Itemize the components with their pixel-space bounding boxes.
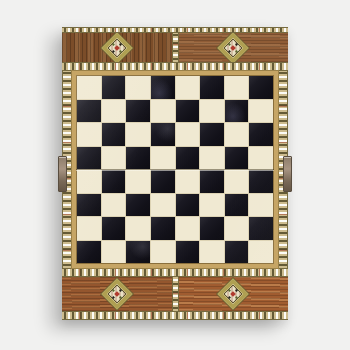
square-g5 (225, 147, 249, 170)
square-d5 (151, 147, 175, 170)
panel-divider-bottom (172, 277, 179, 311)
square-h1 (249, 241, 273, 264)
square-d3 (151, 194, 175, 217)
square-d2 (151, 217, 175, 240)
square-e2 (176, 217, 200, 240)
square-e3 (176, 194, 200, 217)
square-d4 (151, 170, 175, 193)
square-c6 (126, 123, 150, 146)
square-f6 (200, 123, 224, 146)
wood-panel-bottom-left (62, 277, 172, 311)
square-h2 (249, 217, 273, 240)
square-c8 (126, 76, 150, 99)
left-hinge (58, 156, 67, 192)
square-h7 (249, 100, 273, 123)
square-a1 (77, 241, 101, 264)
square-g7 (225, 100, 249, 123)
square-g8 (225, 76, 249, 99)
square-a2 (77, 217, 101, 240)
top-wood-panels (62, 33, 288, 62)
checkerboard-grid (77, 76, 273, 263)
square-h4 (249, 170, 273, 193)
frame-inlay-bottom (62, 268, 288, 277)
square-c3 (126, 194, 150, 217)
square-b6 (102, 123, 126, 146)
square-a4 (77, 170, 101, 193)
square-g3 (225, 194, 249, 217)
square-c5 (126, 147, 150, 170)
bottom-edge-inlay-strip (62, 311, 288, 320)
wood-panel-top-left (62, 33, 172, 62)
square-b7 (102, 100, 126, 123)
square-b1 (102, 241, 126, 264)
panel-divider-top (172, 33, 179, 62)
square-e5 (176, 147, 200, 170)
square-f2 (200, 217, 224, 240)
square-a7 (77, 100, 101, 123)
square-a5 (77, 147, 101, 170)
square-c4 (126, 170, 150, 193)
square-b2 (102, 217, 126, 240)
square-b8 (102, 76, 126, 99)
square-c7 (126, 100, 150, 123)
square-f7 (200, 100, 224, 123)
square-e1 (176, 241, 200, 264)
square-g1 (225, 241, 249, 264)
inlay-medallion-top-left (101, 33, 132, 62)
square-d8 (151, 76, 175, 99)
square-f4 (200, 170, 224, 193)
square-d6 (151, 123, 175, 146)
square-f8 (200, 76, 224, 99)
square-g6 (225, 123, 249, 146)
playing-field-section (62, 62, 288, 277)
square-c2 (126, 217, 150, 240)
square-b5 (102, 147, 126, 170)
chessboard (62, 27, 288, 320)
bottom-wood-panels (62, 277, 288, 311)
square-h6 (249, 123, 273, 146)
square-e8 (176, 76, 200, 99)
square-d7 (151, 100, 175, 123)
square-g2 (225, 217, 249, 240)
square-f1 (200, 241, 224, 264)
inlay-medallion-bottom-right (218, 278, 249, 309)
square-b3 (102, 194, 126, 217)
square-g4 (225, 170, 249, 193)
inlay-medallion-top-right (218, 33, 249, 62)
square-f5 (200, 147, 224, 170)
square-e4 (176, 170, 200, 193)
wood-panel-bottom-right (179, 277, 289, 311)
right-hinge (283, 156, 292, 192)
square-h5 (249, 147, 273, 170)
square-a3 (77, 194, 101, 217)
square-a6 (77, 123, 101, 146)
square-f3 (200, 194, 224, 217)
square-a8 (77, 76, 101, 99)
photo-background (0, 0, 350, 350)
square-d1 (151, 241, 175, 264)
square-c1 (126, 241, 150, 264)
square-h8 (249, 76, 273, 99)
frame-inlay-top (62, 62, 288, 71)
wood-panel-top-right (179, 33, 289, 62)
square-b4 (102, 170, 126, 193)
square-e7 (176, 100, 200, 123)
square-h3 (249, 194, 273, 217)
square-e6 (176, 123, 200, 146)
gold-inner-frame (72, 71, 278, 268)
inlay-medallion-bottom-left (101, 278, 132, 309)
